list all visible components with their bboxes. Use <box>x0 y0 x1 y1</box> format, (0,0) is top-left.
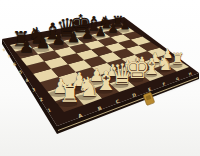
piece-black-pawn[interactable]: ♟ <box>118 20 132 32</box>
piece-white-rook[interactable]: ♜ <box>168 52 187 67</box>
chess-set-photo: ABCDEFGH12345678 ♜♞♝♛♚♝♞♜♟♟♟♟♟♟♟♟♟♟♟♟♟♟♟… <box>0 0 200 156</box>
pieces-layer: ♜♞♝♛♚♝♞♜♟♟♟♟♟♟♟♟♟♟♟♟♟♟♟♟♜♞♝♛♚♝♞♜ <box>0 0 200 156</box>
